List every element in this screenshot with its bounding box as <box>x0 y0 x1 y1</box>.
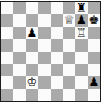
square-g3[interactable] <box>75 64 87 76</box>
square-e4[interactable] <box>51 52 63 64</box>
piece-black-king[interactable]: ♚ <box>88 14 99 26</box>
square-g7[interactable]: ♟ <box>75 14 87 26</box>
square-c1[interactable] <box>26 89 38 101</box>
square-b1[interactable] <box>13 89 25 101</box>
square-a4[interactable] <box>1 52 13 64</box>
square-c5[interactable] <box>26 39 38 51</box>
square-d5[interactable] <box>38 39 50 51</box>
square-g5[interactable] <box>75 39 87 51</box>
square-b8[interactable] <box>13 2 25 14</box>
square-h6[interactable] <box>88 27 100 39</box>
square-e7[interactable] <box>51 14 63 26</box>
square-f2[interactable] <box>63 76 75 88</box>
square-g8[interactable]: ♜ <box>75 2 87 14</box>
square-h1[interactable] <box>88 89 100 101</box>
square-e6[interactable] <box>51 27 63 39</box>
square-d1[interactable] <box>38 89 50 101</box>
square-e2[interactable] <box>51 76 63 88</box>
square-a7[interactable] <box>1 14 13 26</box>
square-h8[interactable] <box>88 2 100 14</box>
square-a3[interactable] <box>1 64 13 76</box>
square-h5[interactable] <box>88 39 100 51</box>
square-g1[interactable] <box>75 89 87 101</box>
piece-black-pawn[interactable]: ♟ <box>76 14 87 26</box>
square-c3[interactable] <box>26 64 38 76</box>
square-b4[interactable] <box>13 52 25 64</box>
square-a6[interactable] <box>1 27 13 39</box>
square-d4[interactable] <box>38 52 50 64</box>
square-h2[interactable]: ♟ <box>88 76 100 88</box>
square-e1[interactable] <box>51 89 63 101</box>
square-d6[interactable] <box>38 27 50 39</box>
square-c6[interactable]: ♟ <box>26 27 38 39</box>
square-f6[interactable] <box>63 27 75 39</box>
square-f7[interactable]: ♕ <box>63 14 75 26</box>
square-g2[interactable] <box>75 76 87 88</box>
piece-white-rook[interactable]: ♖ <box>76 27 87 39</box>
square-c8[interactable] <box>26 2 38 14</box>
square-d2[interactable] <box>38 76 50 88</box>
square-f5[interactable] <box>63 39 75 51</box>
square-b2[interactable] <box>13 76 25 88</box>
square-h7[interactable]: ♚ <box>88 14 100 26</box>
square-a1[interactable] <box>1 89 13 101</box>
square-a5[interactable] <box>1 39 13 51</box>
square-c7[interactable] <box>26 14 38 26</box>
chess-diagram: ♜♕♟♚♟♖♔♟ <box>0 0 101 103</box>
piece-white-queen[interactable]: ♕ <box>64 14 75 26</box>
square-d7[interactable] <box>38 14 50 26</box>
square-e5[interactable] <box>51 39 63 51</box>
piece-black-rook[interactable]: ♜ <box>76 2 87 14</box>
square-g4[interactable] <box>75 52 87 64</box>
square-b7[interactable] <box>13 14 25 26</box>
square-b6[interactable] <box>13 27 25 39</box>
square-a2[interactable] <box>1 76 13 88</box>
square-d3[interactable] <box>38 64 50 76</box>
piece-white-king[interactable]: ♔ <box>27 76 38 88</box>
square-f1[interactable] <box>63 89 75 101</box>
piece-black-pawn[interactable]: ♟ <box>88 76 99 88</box>
square-g6[interactable]: ♖ <box>75 27 87 39</box>
square-d8[interactable] <box>38 2 50 14</box>
square-e3[interactable] <box>51 64 63 76</box>
square-f4[interactable] <box>63 52 75 64</box>
square-c4[interactable] <box>26 52 38 64</box>
square-f8[interactable] <box>63 2 75 14</box>
chess-board: ♜♕♟♚♟♖♔♟ <box>0 1 101 102</box>
square-e8[interactable] <box>51 2 63 14</box>
square-b3[interactable] <box>13 64 25 76</box>
square-f3[interactable] <box>63 64 75 76</box>
square-h4[interactable] <box>88 52 100 64</box>
square-a8[interactable] <box>1 2 13 14</box>
square-c2[interactable]: ♔ <box>26 76 38 88</box>
square-h3[interactable] <box>88 64 100 76</box>
square-b5[interactable] <box>13 39 25 51</box>
piece-black-pawn[interactable]: ♟ <box>27 27 38 39</box>
